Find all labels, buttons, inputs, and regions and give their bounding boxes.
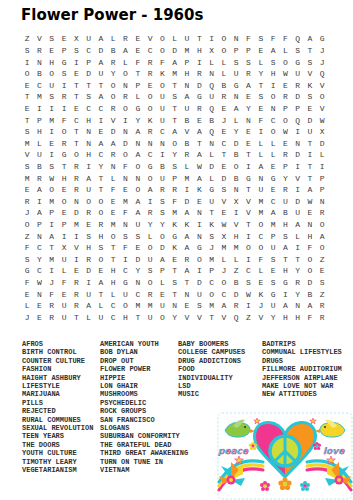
grid-cell: C <box>267 196 279 208</box>
grid-cell: R <box>181 149 193 161</box>
grid-cell: N <box>193 230 205 242</box>
grid-cell: T <box>205 312 217 324</box>
grid-cell: D <box>156 242 168 254</box>
grid-cell: R <box>119 91 131 103</box>
word-list-column-4: BADTRIPSCOMMUNAL LIFESTYLESDRUGSFILLMORE… <box>262 340 342 399</box>
grid-cell: T <box>169 288 181 300</box>
grid-cell: I <box>242 300 254 312</box>
grid-cell: G <box>242 172 254 184</box>
grid-cell: F <box>119 207 131 219</box>
grid-cell: J <box>21 312 33 324</box>
dove-left-icon <box>225 420 255 438</box>
grid-cell: S <box>82 230 94 242</box>
grid-cell: Q <box>205 79 217 91</box>
grid-cell: E <box>255 45 267 57</box>
grid-cell: A <box>242 79 254 91</box>
grid-cell: E <box>218 126 230 138</box>
grid-cell: D <box>193 79 205 91</box>
word-grid: ZVSEXUALREVOLUTIONFSFFQAGSREPSCDBAECODMH… <box>21 33 328 323</box>
grid-cell: T <box>292 254 304 266</box>
grid-cell: A <box>95 56 107 68</box>
grid-cell: L <box>218 68 230 80</box>
grid-cell: A <box>316 230 328 242</box>
grid-cell: A <box>218 300 230 312</box>
grid-cell: R <box>95 219 107 231</box>
grid-cell: R <box>316 207 328 219</box>
grid-cell: I <box>58 230 70 242</box>
grid-cell: O <box>144 91 156 103</box>
grid-cell: U <box>95 312 107 324</box>
grid-cell: P <box>46 207 58 219</box>
grid-cell: Y <box>292 288 304 300</box>
grid-cell: A <box>267 207 279 219</box>
grid-cell: E <box>267 161 279 173</box>
grid-cell: U <box>82 184 94 196</box>
grid-cell: R <box>144 207 156 219</box>
grid-cell: G <box>230 79 242 91</box>
grid-cell: A <box>82 172 94 184</box>
grid-cell: A <box>82 300 94 312</box>
grid-cell: L <box>156 277 168 289</box>
grid-cell: M <box>181 172 193 184</box>
grid-cell: U <box>292 207 304 219</box>
grid-cell: Q <box>205 103 217 115</box>
grid-cell: B <box>205 114 217 126</box>
grid-cell: E <box>46 45 58 57</box>
grid-cell: D <box>119 137 131 149</box>
grid-cell: U <box>46 79 58 91</box>
grid-cell: E <box>181 300 193 312</box>
grid-cell: F <box>119 242 131 254</box>
grid-cell: E <box>242 137 254 149</box>
grid-cell: A <box>255 161 267 173</box>
grid-cell: T <box>70 91 82 103</box>
grid-cell: Y <box>267 312 279 324</box>
grid-cell: H <box>279 265 291 277</box>
grid-cell: P <box>58 45 70 57</box>
grid-cell: L <box>255 56 267 68</box>
grid-cell: N <box>144 137 156 149</box>
grid-cell: O <box>144 242 156 254</box>
grid-cell: E <box>132 33 144 45</box>
grid-cell: D <box>70 207 82 219</box>
word-list-item: VIETNAM <box>100 466 188 474</box>
grid-cell: J <box>218 114 230 126</box>
grid-cell: Y <box>255 68 267 80</box>
grid-cell: A <box>181 265 193 277</box>
grid-cell: T <box>95 184 107 196</box>
grid-cell: O <box>267 91 279 103</box>
grid-cell: F <box>119 161 131 173</box>
grid-cell: M <box>230 242 242 254</box>
grid-cell: C <box>33 265 45 277</box>
grid-cell: E <box>70 103 82 115</box>
grid-cell: E <box>132 242 144 254</box>
grid-cell: D <box>107 126 119 138</box>
grid-cell: F <box>279 33 291 45</box>
grid-cell: H <box>82 149 94 161</box>
grid-cell: I <box>193 265 205 277</box>
word-list-item: BABY BOOMERS <box>178 340 245 348</box>
grid-cell: C <box>95 103 107 115</box>
grid-cell: C <box>156 126 168 138</box>
grid-cell: I <box>33 103 45 115</box>
grid-cell: G <box>292 56 304 68</box>
grid-cell: E <box>82 219 94 231</box>
grid-cell: U <box>181 103 193 115</box>
grid-cell: I <box>279 288 291 300</box>
grid-cell: U <box>193 288 205 300</box>
grid-cell: G <box>58 149 70 161</box>
word-list-item: YOUTH CULTURE <box>22 449 93 457</box>
word-list-item: LIFESTYLE <box>22 382 93 390</box>
grid-cell: D <box>304 277 316 289</box>
grid-cell: I <box>82 277 94 289</box>
grid-cell: X <box>70 33 82 45</box>
grid-cell: T <box>304 137 316 149</box>
grid-cell: N <box>181 288 193 300</box>
grid-cell: T <box>193 137 205 149</box>
grid-cell: Z <box>21 33 33 45</box>
grid-cell: E <box>218 207 230 219</box>
grid-cell: A <box>95 33 107 45</box>
grid-cell: J <box>316 56 328 68</box>
grid-cell: G <box>21 265 33 277</box>
grid-cell: U <box>156 103 168 115</box>
grid-cell: H <box>82 114 94 126</box>
grid-cell: N <box>169 300 181 312</box>
grid-cell: N <box>181 79 193 91</box>
grid-cell: E <box>58 33 70 45</box>
grid-cell: A <box>181 91 193 103</box>
grid-cell: R <box>292 277 304 289</box>
peace-sign-icon <box>270 436 300 466</box>
grid-cell: R <box>242 68 254 80</box>
grid-cell: E <box>144 79 156 91</box>
grid-cell: T <box>255 79 267 91</box>
grid-cell: V <box>292 172 304 184</box>
grid-cell: C <box>132 288 144 300</box>
grid-cell: A <box>193 172 205 184</box>
grid-cell: V <box>144 33 156 45</box>
grid-cell: F <box>267 33 279 45</box>
grid-cell: L <box>292 230 304 242</box>
grid-cell: O <box>218 33 230 45</box>
grid-cell: G <box>205 184 217 196</box>
page-title: Flower Power - 1960s <box>21 6 203 24</box>
grid-cell: N <box>242 114 254 126</box>
grid-cell: O <box>119 300 131 312</box>
grid-cell: O <box>82 196 94 208</box>
grid-cell: N <box>230 91 242 103</box>
grid-cell: S <box>46 161 58 173</box>
grid-cell: E <box>267 265 279 277</box>
grid-cell: W <box>193 161 205 173</box>
grid-cell: K <box>304 79 316 91</box>
grid-cell: L <box>107 33 119 45</box>
grid-cell: Y <box>242 103 254 115</box>
worksheet-page: Flower Power - 1960s ZVSEXUALREVOLUTIONF… <box>0 0 353 500</box>
grid-cell: S <box>205 230 217 242</box>
grid-cell: D <box>132 254 144 266</box>
grid-cell: T <box>107 242 119 254</box>
grid-cell: O <box>304 254 316 266</box>
grid-cell: N <box>33 56 45 68</box>
grid-cell: S <box>156 207 168 219</box>
grid-cell: V <box>242 196 254 208</box>
grid-cell: O <box>316 91 328 103</box>
grid-cell: N <box>255 172 267 184</box>
grid-cell: D <box>292 196 304 208</box>
grid-cell: O <box>230 161 242 173</box>
grid-cell: F <box>58 277 70 289</box>
word-list-item: FLOWER POWER <box>100 365 188 373</box>
grid-cell: R <box>70 161 82 173</box>
grid-cell: T <box>205 207 217 219</box>
grid-cell: N <box>119 172 131 184</box>
grid-cell: C <box>144 149 156 161</box>
grid-cell: I <box>205 33 217 45</box>
grid-cell: B <box>107 45 119 57</box>
grid-cell: O <box>132 184 144 196</box>
grid-cell: Y <box>132 114 144 126</box>
grid-cell: H <box>58 172 70 184</box>
grid-cell: S <box>267 56 279 68</box>
grid-cell: M <box>144 300 156 312</box>
grid-cell: N <box>132 277 144 289</box>
word-list-item: NEW ATTITUDES <box>262 390 342 398</box>
grid-cell: D <box>218 172 230 184</box>
grid-cell: S <box>242 277 254 289</box>
grid-cell: N <box>205 137 217 149</box>
grid-cell: R <box>70 184 82 196</box>
word-list-item: DROP OUT <box>100 357 188 365</box>
grid-cell: E <box>279 79 291 91</box>
grid-cell: M <box>33 91 45 103</box>
grid-cell: S <box>193 300 205 312</box>
grid-cell: R <box>119 33 131 45</box>
grid-cell: N <box>193 207 205 219</box>
grid-cell: W <box>33 277 45 289</box>
grid-cell: I <box>292 126 304 138</box>
grid-cell: Y <box>33 254 45 266</box>
grid-cell: D <box>169 45 181 57</box>
grid-cell: N <box>119 79 131 91</box>
grid-cell: S <box>21 126 33 138</box>
grid-cell: M <box>205 254 217 266</box>
grid-cell: O <box>119 103 131 115</box>
grid-cell: J <box>21 207 33 219</box>
grid-cell: U <box>156 172 168 184</box>
grid-cell: B <box>230 277 242 289</box>
grid-cell: I <box>181 184 193 196</box>
grid-cell: O <box>218 277 230 289</box>
grid-cell: P <box>33 114 45 126</box>
grid-cell: E <box>70 68 82 80</box>
grid-cell: A <box>95 91 107 103</box>
word-list-item: DRUG ADDICTIONS <box>178 357 245 365</box>
grid-cell: B <box>279 207 291 219</box>
grid-cell: T <box>95 288 107 300</box>
grid-cell: U <box>181 33 193 45</box>
word-list-item: DRUGS <box>262 357 342 365</box>
grid-cell: O <box>107 230 119 242</box>
grid-cell: T <box>70 126 82 138</box>
grid-cell: C <box>144 45 156 57</box>
word-list-item: AFROS <box>22 340 93 348</box>
grid-cell: B <box>33 68 45 80</box>
grid-cell: O <box>255 219 267 231</box>
grid-cell: I <box>46 126 58 138</box>
grid-cell: E <box>193 196 205 208</box>
grid-cell: E <box>193 114 205 126</box>
grid-cell: H <box>82 242 94 254</box>
grid-cell: V <box>242 207 254 219</box>
word-list-item: COMMUNAL LIFESTYLES <box>262 348 342 356</box>
grid-cell: E <box>218 161 230 173</box>
grid-cell: O <box>205 288 217 300</box>
grid-cell: R <box>46 312 58 324</box>
grid-cell: A <box>169 126 181 138</box>
grid-cell: R <box>33 45 45 57</box>
grid-cell: B <box>181 114 193 126</box>
grid-cell: C <box>33 242 45 254</box>
grid-cell: S <box>279 230 291 242</box>
grid-cell: K <box>181 219 193 231</box>
grid-cell: O <box>95 196 107 208</box>
grid-cell: U <box>205 91 217 103</box>
grid-cell: A <box>33 207 45 219</box>
grid-cell: W <box>316 114 328 126</box>
grid-cell: U <box>279 196 291 208</box>
grid-cell: M <box>107 219 119 231</box>
peace-word: peace <box>218 446 249 456</box>
grid-cell: C <box>95 149 107 161</box>
grid-cell: L <box>218 254 230 266</box>
grid-cell: Y <box>169 149 181 161</box>
grid-cell: U <box>156 114 168 126</box>
grid-cell: X <box>230 196 242 208</box>
grid-cell: I <box>267 79 279 91</box>
grid-cell: R <box>193 68 205 80</box>
word-list-item: LSD <box>178 382 245 390</box>
grid-cell: J <box>205 242 217 254</box>
word-list-column-2: AMERICAN YOUTHBOB DYLANDROP OUTFLOWER PO… <box>100 340 188 475</box>
grid-cell: T <box>193 33 205 45</box>
grid-cell: L <box>107 288 119 300</box>
grid-cell: Y <box>144 219 156 231</box>
grid-cell: D <box>292 91 304 103</box>
word-list-item: ROCK GROUPS <box>100 407 188 415</box>
grid-cell: E <box>304 103 316 115</box>
grid-cell: I <box>58 103 70 115</box>
grid-cell: I <box>46 103 58 115</box>
grid-cell: C <box>107 312 119 324</box>
grid-cell: I <box>33 196 45 208</box>
grid-cell: G <box>193 242 205 254</box>
grid-cell: S <box>169 277 181 289</box>
grid-cell: I <box>193 219 205 231</box>
grid-cell: W <box>304 196 316 208</box>
grid-cell: O <box>58 196 70 208</box>
grid-cell: T <box>242 219 254 231</box>
grid-cell: A <box>95 277 107 289</box>
word-list-item: BOB DYLAN <box>100 348 188 356</box>
grid-cell: T <box>21 114 33 126</box>
grid-cell: D <box>304 114 316 126</box>
grid-cell: N <box>82 137 94 149</box>
grid-cell: R <box>193 103 205 115</box>
grid-cell: A <box>304 184 316 196</box>
grid-cell: N <box>82 126 94 138</box>
grid-cell: V <box>181 312 193 324</box>
grid-cell: D <box>205 161 217 173</box>
grid-cell: O <box>156 33 168 45</box>
grid-cell: M <box>132 300 144 312</box>
grid-cell: L <box>144 230 156 242</box>
grid-cell: N <box>205 68 217 80</box>
grid-cell: O <box>107 79 119 91</box>
dove-right-icon <box>315 420 345 438</box>
grid-cell: H <box>279 312 291 324</box>
grid-cell: H <box>33 126 45 138</box>
grid-cell: R <box>70 172 82 184</box>
grid-cell: E <box>242 126 254 138</box>
grid-cell: E <box>70 265 82 277</box>
grid-cell: V <box>181 126 193 138</box>
grid-cell: N <box>119 219 131 231</box>
grid-cell: C <box>255 230 267 242</box>
grid-cell: R <box>144 288 156 300</box>
grid-cell: V <box>316 103 328 115</box>
grid-cell: E <box>107 196 119 208</box>
grid-cell: R <box>230 300 242 312</box>
word-list-column-3: BABY BOOMERSCOLLEGE CAMPUSESDRUG ADDICTI… <box>178 340 245 399</box>
word-list-item: SAN FRANCISCO <box>100 416 188 424</box>
grid-cell: F <box>21 277 33 289</box>
grid-cell: S <box>230 56 242 68</box>
grid-cell: H <box>193 45 205 57</box>
grid-cell: T <box>181 277 193 289</box>
grid-cell: R <box>316 300 328 312</box>
grid-cell: R <box>33 172 45 184</box>
grid-cell: H <box>279 219 291 231</box>
grid-cell: F <box>255 114 267 126</box>
grid-cell: I <box>156 149 168 161</box>
grid-cell: A <box>119 45 131 57</box>
grid-cell: P <box>292 103 304 115</box>
grid-cell: T <box>46 242 58 254</box>
grid-cell: H <box>95 230 107 242</box>
grid-cell: X <box>58 242 70 254</box>
grid-cell: O <box>107 91 119 103</box>
grid-cell: H <box>46 56 58 68</box>
grid-cell: S <box>70 45 82 57</box>
grid-cell: F <box>242 33 254 45</box>
grid-cell: C <box>242 265 254 277</box>
grid-cell: P <box>279 161 291 173</box>
grid-cell: L <box>82 312 94 324</box>
grid-cell: E <box>304 207 316 219</box>
grid-cell: P <box>267 230 279 242</box>
grid-cell: F <box>304 242 316 254</box>
grid-cell: R <box>107 103 119 115</box>
grid-cell: O <box>119 149 131 161</box>
word-list-item: MUSHROOMS <box>100 390 188 398</box>
grid-cell: V <box>230 219 242 231</box>
grid-cell: S <box>255 33 267 45</box>
grid-cell: O <box>95 207 107 219</box>
